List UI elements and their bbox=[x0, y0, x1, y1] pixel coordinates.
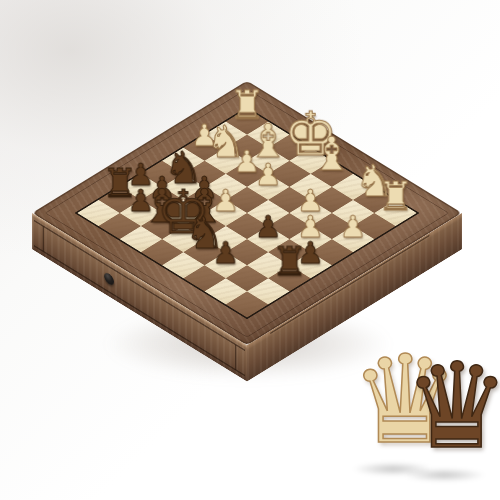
square-h2 bbox=[247, 278, 289, 304]
square-g1 bbox=[205, 278, 247, 304]
showcase-shadow-light bbox=[352, 462, 434, 476]
square-f1 bbox=[183, 265, 225, 291]
dark-pawn-icon: ♟ bbox=[212, 238, 239, 268]
showcase-shadow-dark bbox=[402, 468, 486, 482]
product-photo: ♜♚♝♞♜♝♟♞♟♟♟♟♟♟♞♟♟♟♟♟♝♜♜♟♝♚♞♟ ♛♛ bbox=[0, 0, 500, 500]
square-d1 bbox=[141, 239, 183, 265]
drawer-seam-right bbox=[235, 344, 236, 370]
drawer-knob bbox=[104, 271, 114, 287]
square-e1 bbox=[162, 252, 204, 278]
square-g2 bbox=[226, 265, 268, 291]
light-pawn-icon: ♟ bbox=[340, 212, 367, 242]
dark-rook-icon: ♜ bbox=[271, 241, 307, 281]
square-b1 bbox=[99, 213, 141, 239]
drawer-seam-left bbox=[43, 226, 44, 252]
square-h1 bbox=[226, 291, 268, 317]
